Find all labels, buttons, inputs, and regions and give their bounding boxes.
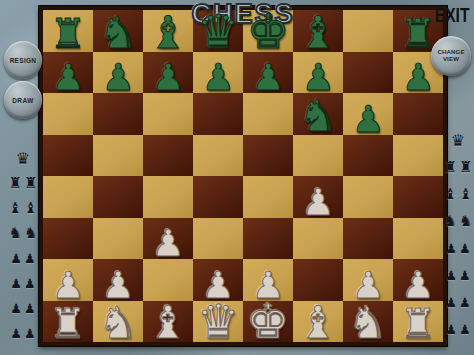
square-g1[interactable]: ♞ (343, 301, 393, 343)
square-c6[interactable] (143, 93, 193, 135)
square-e3[interactable] (243, 218, 293, 260)
draw-button-label: DRAW (12, 97, 33, 104)
square-b5[interactable] (93, 135, 143, 177)
square-h5[interactable] (393, 135, 443, 177)
bishop-silhouette-icon: ♝ (444, 187, 457, 202)
knight-silhouette-icon: ♞ (459, 214, 472, 229)
pawn-silhouette-icon: ♟ (445, 242, 457, 255)
piece-green-knight-f6[interactable]: ♞ (298, 94, 337, 138)
square-a1[interactable]: ♜ (43, 301, 93, 343)
square-b8[interactable]: ♞ (93, 10, 143, 52)
square-b7[interactable]: ♟ (93, 52, 143, 94)
square-g7[interactable] (343, 52, 393, 94)
square-e1[interactable]: ♚ (243, 301, 293, 343)
piece-green-pawn-d7[interactable]: ♟ (201, 59, 234, 96)
tray-row: ♟♟ (10, 246, 35, 271)
square-d5[interactable] (193, 135, 243, 177)
resign-button-label: RESIGN (10, 57, 37, 64)
square-f2[interactable] (293, 259, 343, 301)
square-a6[interactable] (43, 93, 93, 135)
square-d3[interactable] (193, 218, 243, 260)
rook-silhouette-icon: ♜ (459, 160, 472, 175)
piece-green-pawn-g6[interactable]: ♟ (351, 101, 384, 138)
square-e8[interactable]: ♚ (243, 10, 293, 52)
pawn-silhouette-icon: ♟ (24, 252, 36, 265)
piece-green-rook-h8[interactable]: ♜ (400, 14, 437, 55)
square-h2[interactable]: ♟ (393, 259, 443, 301)
piece-green-king-e8[interactable]: ♚ (246, 7, 289, 55)
queen-silhouette-icon: ♛ (16, 151, 30, 167)
piece-white-pawn-a2[interactable]: ♟ (51, 267, 84, 304)
square-a7[interactable]: ♟ (43, 52, 93, 94)
captured-tray-right: ♛♜♜♝♝♞♞♟♟♟♟♟♟♟♟ (442, 127, 474, 343)
piece-white-pawn-c3[interactable]: ♟ (151, 225, 184, 262)
knight-silhouette-icon: ♞ (444, 214, 457, 229)
piece-green-knight-b8[interactable]: ♞ (98, 11, 137, 55)
square-f3[interactable] (293, 218, 343, 260)
pawn-silhouette-icon: ♟ (459, 269, 471, 282)
pawn-silhouette-icon: ♟ (445, 296, 457, 309)
tray-row: ♟♟ (10, 296, 35, 321)
square-c8[interactable]: ♝ (143, 10, 193, 52)
square-g2[interactable]: ♟ (343, 259, 393, 301)
square-c4[interactable] (143, 176, 193, 218)
square-h6[interactable] (393, 93, 443, 135)
bishop-silhouette-icon: ♝ (459, 187, 472, 202)
square-b4[interactable] (93, 176, 143, 218)
piece-green-pawn-h7[interactable]: ♟ (401, 59, 434, 96)
bishop-silhouette-icon: ♝ (9, 201, 22, 216)
square-a4[interactable] (43, 176, 93, 218)
square-b6[interactable] (93, 93, 143, 135)
tray-row: ♜♜ (9, 171, 38, 196)
tray-row: ♜♜ (444, 154, 473, 181)
pawn-silhouette-icon: ♟ (10, 252, 22, 265)
piece-white-bishop-c1[interactable]: ♝ (148, 300, 188, 345)
rook-silhouette-icon: ♜ (24, 176, 37, 191)
piece-green-queen-d8[interactable]: ♛ (197, 8, 239, 55)
knight-silhouette-icon: ♞ (9, 226, 22, 241)
square-d8[interactable]: ♛ (193, 10, 243, 52)
pawn-silhouette-icon: ♟ (10, 302, 22, 315)
piece-green-pawn-a7[interactable]: ♟ (51, 59, 84, 96)
change-view-label-line1: CHANGE (437, 49, 464, 56)
square-b3[interactable] (93, 218, 143, 260)
rook-silhouette-icon: ♜ (9, 176, 22, 191)
square-a2[interactable]: ♟ (43, 259, 93, 301)
piece-white-queen-d1[interactable]: ♛ (197, 298, 239, 345)
square-a5[interactable] (43, 135, 93, 177)
tray-row: ♛ (16, 146, 30, 171)
square-d1[interactable]: ♛ (193, 301, 243, 343)
square-b2[interactable]: ♟ (93, 259, 143, 301)
pawn-silhouette-icon: ♟ (10, 277, 22, 290)
change-view-label-line2: VIEW (443, 56, 459, 63)
pawn-silhouette-icon: ♟ (445, 323, 457, 336)
square-h3[interactable] (393, 218, 443, 260)
piece-green-pawn-c7[interactable]: ♟ (151, 59, 184, 96)
square-f1[interactable]: ♝ (293, 301, 343, 343)
knight-silhouette-icon: ♞ (24, 226, 37, 241)
square-d6[interactable] (193, 93, 243, 135)
square-g5[interactable] (343, 135, 393, 177)
piece-green-rook-a8[interactable]: ♜ (50, 14, 87, 55)
tray-row: ♞♞ (9, 221, 38, 246)
chess-board[interactable]: ♜♞♝♛♚♝♜♟♟♟♟♟♟♟♞♟♟♟♟♟♟♟♟♟♜♞♝♛♚♝♞♜ (39, 6, 447, 346)
pawn-silhouette-icon: ♟ (459, 323, 471, 336)
square-c3[interactable]: ♟ (143, 218, 193, 260)
square-c2[interactable] (143, 259, 193, 301)
pawn-silhouette-icon: ♟ (459, 296, 471, 309)
pawn-silhouette-icon: ♟ (445, 269, 457, 282)
square-d4[interactable] (193, 176, 243, 218)
square-f5[interactable] (293, 135, 343, 177)
tray-row: ♟♟ (445, 316, 470, 343)
square-f4[interactable]: ♟ (293, 176, 343, 218)
pawn-silhouette-icon: ♟ (10, 327, 22, 340)
square-e4[interactable] (243, 176, 293, 218)
piece-white-knight-g1[interactable]: ♞ (348, 301, 387, 345)
square-f8[interactable]: ♝ (293, 10, 343, 52)
captured-tray-left: ♛♜♜♝♝♞♞♟♟♟♟♟♟♟♟ (5, 146, 41, 346)
piece-white-knight-b1[interactable]: ♞ (98, 301, 137, 345)
queen-silhouette-icon: ♛ (451, 133, 465, 149)
piece-green-pawn-e7[interactable]: ♟ (251, 59, 284, 96)
bishop-silhouette-icon: ♝ (24, 201, 37, 216)
piece-white-rook-a1[interactable]: ♜ (50, 304, 87, 345)
piece-white-king-e1[interactable]: ♚ (246, 297, 289, 345)
piece-green-bishop-f8[interactable]: ♝ (298, 10, 338, 55)
pawn-silhouette-icon: ♟ (24, 277, 36, 290)
square-h1[interactable]: ♜ (393, 301, 443, 343)
square-e6[interactable] (243, 93, 293, 135)
tray-row: ♟♟ (445, 235, 470, 262)
tray-row: ♞♞ (444, 208, 473, 235)
square-h4[interactable] (393, 176, 443, 218)
tray-row: ♟♟ (10, 271, 35, 296)
square-g4[interactable] (343, 176, 393, 218)
square-e5[interactable] (243, 135, 293, 177)
rook-silhouette-icon: ♜ (444, 160, 457, 175)
change-view-button[interactable]: CHANGE VIEW (431, 36, 471, 76)
square-b1[interactable]: ♞ (93, 301, 143, 343)
tray-row: ♟♟ (10, 321, 35, 346)
piece-green-pawn-b7[interactable]: ♟ (101, 59, 134, 96)
square-c5[interactable] (143, 135, 193, 177)
tray-row: ♝♝ (9, 196, 38, 221)
square-a8[interactable]: ♜ (43, 10, 93, 52)
square-c1[interactable]: ♝ (143, 301, 193, 343)
resign-button[interactable]: RESIGN (4, 41, 42, 79)
piece-white-pawn-h2[interactable]: ♟ (401, 267, 434, 304)
piece-white-rook-h1[interactable]: ♜ (400, 304, 437, 345)
tray-row: ♛ (451, 127, 465, 154)
exit-button[interactable]: EXIT (434, 4, 469, 27)
draw-button[interactable]: DRAW (4, 81, 42, 119)
pawn-silhouette-icon: ♟ (24, 302, 36, 315)
tray-row: ♟♟ (445, 289, 470, 316)
square-g6[interactable]: ♟ (343, 93, 393, 135)
piece-white-bishop-f1[interactable]: ♝ (298, 300, 338, 345)
piece-green-bishop-c8[interactable]: ♝ (148, 10, 188, 55)
pawn-silhouette-icon: ♟ (459, 242, 471, 255)
square-a3[interactable] (43, 218, 93, 260)
pawn-silhouette-icon: ♟ (24, 327, 36, 340)
square-g3[interactable] (343, 218, 393, 260)
piece-white-pawn-f4[interactable]: ♟ (301, 184, 334, 221)
tray-row: ♝♝ (444, 181, 473, 208)
square-f6[interactable]: ♞ (293, 93, 343, 135)
square-g8[interactable] (343, 10, 393, 52)
tray-row: ♟♟ (445, 262, 470, 289)
